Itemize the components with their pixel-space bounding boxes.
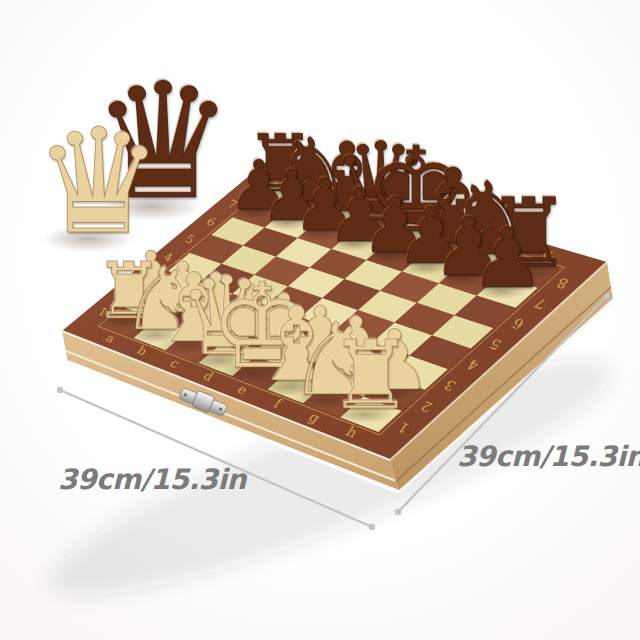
product-photo-chess-set: aabbccddeeffgghh1122334455667788 ♜♞♝♛♚♝♞… [0, 0, 640, 640]
dimension-label-bottom: 39cm/15.3in [58, 463, 246, 496]
dimension-label-right: 39cm/15.3in [457, 440, 640, 473]
chess-board: aabbccddeeffgghh1122334455667788 [0, 0, 640, 640]
